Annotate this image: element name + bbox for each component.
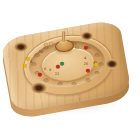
ball-yellow[interactable]: ● xyxy=(26,56,30,61)
corner-cup-right xyxy=(105,59,120,70)
track-pocket xyxy=(95,71,100,75)
corner-cup-left xyxy=(13,42,29,53)
ball-red[interactable]: ● xyxy=(86,68,90,73)
track-number: 52 xyxy=(75,47,79,51)
ball-yellow[interactable]: ● xyxy=(94,62,98,67)
track-pocket xyxy=(57,82,62,86)
spinning-top-stem[interactable] xyxy=(61,31,64,42)
track-pocket xyxy=(72,82,77,86)
track-number: 22 xyxy=(55,73,59,77)
track-number: 9 xyxy=(49,69,51,73)
ball-red[interactable]: ● xyxy=(84,45,88,50)
track-pocket xyxy=(44,46,49,50)
ball-natural[interactable]: ● xyxy=(49,41,53,46)
track-number: 6 xyxy=(44,68,46,72)
ball-green[interactable]: ● xyxy=(60,61,64,66)
ball-natural[interactable]: ● xyxy=(44,42,48,47)
track-pocket xyxy=(98,62,103,66)
ball-yellow[interactable]: ● xyxy=(23,63,27,68)
track-pocket xyxy=(44,78,49,82)
corner-cup-top-right xyxy=(80,31,94,41)
track-pocket xyxy=(95,53,100,57)
track-number: 8 xyxy=(30,61,32,65)
ball-red[interactable]: ● xyxy=(38,72,42,77)
track-number: 20 xyxy=(39,51,43,55)
tiroler-roulette-photo: 20524263586922●●●●●●●●●● xyxy=(0,0,140,140)
track-pocket xyxy=(85,78,90,82)
track-number: 4 xyxy=(84,57,86,61)
